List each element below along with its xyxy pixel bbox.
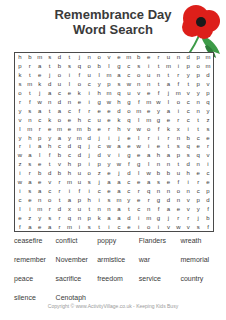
grid-cell-r5c8[interactable]: i: [84, 89, 94, 98]
grid-cell-r8c2[interactable]: n: [25, 115, 35, 124]
grid-cell-r14c13[interactable]: l: [134, 169, 144, 178]
grid-cell-r11c1[interactable]: r: [15, 142, 25, 151]
grid-cell-r17c11[interactable]: m: [114, 195, 124, 204]
grid-cell-r7c6[interactable]: c: [64, 106, 74, 115]
grid-cell-r9c7[interactable]: m: [74, 124, 84, 133]
grid-cell-r3c7[interactable]: f: [74, 71, 84, 80]
grid-cell-r16c2[interactable]: s: [25, 186, 35, 195]
grid-cell-r18c9[interactable]: n: [94, 204, 104, 213]
grid-cell-r18c16[interactable]: a: [163, 204, 173, 213]
grid-cell-r16c17[interactable]: o: [173, 186, 183, 195]
grid-cell-r13c3[interactable]: e: [35, 160, 45, 169]
grid-cell-r1c17[interactable]: n: [173, 53, 183, 62]
grid-cell-r12c10[interactable]: v: [104, 151, 114, 160]
grid-cell-r8c14[interactable]: m: [144, 115, 154, 124]
grid-cell-r15c17[interactable]: f: [173, 178, 183, 187]
grid-cell-r5c10[interactable]: m: [104, 89, 114, 98]
grid-cell-r4c14[interactable]: n: [144, 80, 154, 89]
grid-cell-r16c14[interactable]: q: [144, 186, 154, 195]
grid-cell-r7c10[interactable]: e: [104, 106, 114, 115]
grid-cell-r19c20[interactable]: b: [203, 213, 213, 222]
grid-cell-r11c18[interactable]: q: [183, 142, 193, 151]
grid-cell-r14c11[interactable]: j: [114, 169, 124, 178]
grid-cell-r10c3[interactable]: p: [35, 133, 45, 142]
grid-cell-r7c1[interactable]: y: [15, 106, 25, 115]
grid-cell-r4c11[interactable]: s: [114, 80, 124, 89]
grid-cell-r11c9[interactable]: c: [94, 142, 104, 151]
grid-cell-r14c3[interactable]: b: [35, 169, 45, 178]
grid-cell-r17c20[interactable]: d: [203, 195, 213, 204]
grid-cell-r8c17[interactable]: r: [173, 115, 183, 124]
grid-cell-r1c14[interactable]: e: [144, 53, 154, 62]
grid-cell-r5c20[interactable]: p: [203, 89, 213, 98]
grid-cell-r15c11[interactable]: a: [114, 178, 124, 187]
grid-cell-r1c5[interactable]: d: [55, 53, 65, 62]
grid-cell-r16c3[interactable]: a: [35, 186, 45, 195]
grid-cell-r6c1[interactable]: r: [15, 97, 25, 106]
grid-cell-r8c3[interactable]: c: [35, 115, 45, 124]
grid-cell-r6c19[interactable]: n: [193, 97, 203, 106]
grid-cell-r2c17[interactable]: i: [173, 62, 183, 71]
grid-cell-r11c19[interactable]: e: [193, 142, 203, 151]
grid-cell-r6c20[interactable]: q: [203, 97, 213, 106]
grid-cell-r18c12[interactable]: t: [124, 204, 134, 213]
grid-cell-r20c5[interactable]: r: [55, 222, 65, 231]
grid-cell-r15c8[interactable]: s: [84, 178, 94, 187]
grid-cell-r4c16[interactable]: a: [163, 80, 173, 89]
grid-cell-r1c8[interactable]: n: [84, 53, 94, 62]
grid-cell-r19c19[interactable]: j: [193, 213, 203, 222]
grid-cell-r9c19[interactable]: t: [193, 124, 203, 133]
grid-cell-r4c5[interactable]: u: [55, 80, 65, 89]
grid-cell-r17c5[interactable]: t: [55, 195, 65, 204]
grid-cell-r13c13[interactable]: g: [134, 160, 144, 169]
grid-cell-r7c2[interactable]: s: [25, 106, 35, 115]
grid-cell-r12c6[interactable]: c: [64, 151, 74, 160]
grid-cell-r6c11[interactable]: h: [114, 97, 124, 106]
grid-cell-r17c2[interactable]: e: [25, 195, 35, 204]
grid-cell-r1c15[interactable]: r: [154, 53, 164, 62]
grid-cell-r2c5[interactable]: b: [55, 62, 65, 71]
grid-cell-r14c10[interactable]: e: [104, 169, 114, 178]
grid-cell-r15c13[interactable]: e: [134, 178, 144, 187]
grid-cell-r19c3[interactable]: y: [35, 213, 45, 222]
grid-cell-r9c1[interactable]: l: [15, 124, 25, 133]
grid-cell-r3c13[interactable]: o: [134, 71, 144, 80]
grid-cell-r5c2[interactable]: t: [25, 89, 35, 98]
grid-cell-r19c13[interactable]: i: [134, 213, 144, 222]
grid-cell-r10c16[interactable]: r: [163, 133, 173, 142]
grid-cell-r2c9[interactable]: b: [94, 62, 104, 71]
grid-cell-r8c9[interactable]: u: [94, 115, 104, 124]
grid-cell-r14c20[interactable]: c: [203, 169, 213, 178]
grid-cell-r9c10[interactable]: r: [104, 124, 114, 133]
grid-cell-r2c4[interactable]: t: [45, 62, 55, 71]
grid-cell-r14c19[interactable]: e: [193, 169, 203, 178]
grid-cell-r1c9[interactable]: o: [94, 53, 104, 62]
grid-cell-r5c1[interactable]: o: [15, 89, 25, 98]
grid-cell-r11c5[interactable]: c: [55, 142, 65, 151]
grid-cell-r1c13[interactable]: b: [134, 53, 144, 62]
grid-cell-r14c12[interactable]: d: [124, 169, 134, 178]
grid-cell-r19c9[interactable]: k: [94, 213, 104, 222]
grid-cell-r10c4[interactable]: y: [45, 133, 55, 142]
grid-cell-r9c17[interactable]: x: [173, 124, 183, 133]
grid-cell-r6c14[interactable]: m: [144, 97, 154, 106]
grid-cell-r8c20[interactable]: z: [203, 115, 213, 124]
grid-cell-r7c4[interactable]: t: [45, 106, 55, 115]
grid-cell-r2c11[interactable]: g: [114, 62, 124, 71]
grid-cell-r12c20[interactable]: v: [203, 151, 213, 160]
grid-cell-r9c11[interactable]: h: [114, 124, 124, 133]
grid-cell-r15c2[interactable]: a: [25, 178, 35, 187]
grid-cell-r18c19[interactable]: y: [193, 204, 203, 213]
grid-cell-r16c15[interactable]: n: [154, 186, 164, 195]
grid-cell-r13c8[interactable]: i: [84, 160, 94, 169]
grid-cell-r4c9[interactable]: y: [94, 80, 104, 89]
grid-cell-r6c4[interactable]: n: [45, 97, 55, 106]
grid-cell-r19c18[interactable]: r: [183, 213, 193, 222]
grid-cell-r16c18[interactable]: n: [183, 186, 193, 195]
grid-cell-r12c4[interactable]: f: [45, 151, 55, 160]
grid-cell-r17c16[interactable]: d: [163, 195, 173, 204]
grid-cell-r3c11[interactable]: a: [114, 71, 124, 80]
grid-cell-r14c1[interactable]: i: [15, 169, 25, 178]
grid-cell-r17c4[interactable]: o: [45, 195, 55, 204]
grid-cell-r2c20[interactable]: m: [203, 62, 213, 71]
grid-cell-r10c10[interactable]: i: [104, 133, 114, 142]
grid-cell-r13c19[interactable]: n: [193, 160, 203, 169]
grid-cell-r1c4[interactable]: s: [45, 53, 55, 62]
grid-cell-r18c15[interactable]: f: [154, 204, 164, 213]
grid-cell-r18c3[interactable]: m: [35, 204, 45, 213]
grid-cell-r15c20[interactable]: e: [203, 178, 213, 187]
grid-cell-r8c18[interactable]: c: [183, 115, 193, 124]
grid-cell-r4c2[interactable]: m: [25, 80, 35, 89]
grid-cell-r10c19[interactable]: c: [193, 133, 203, 142]
grid-cell-r5c11[interactable]: q: [114, 89, 124, 98]
grid-cell-r10c18[interactable]: b: [183, 133, 193, 142]
grid-cell-r19c15[interactable]: g: [154, 213, 164, 222]
grid-cell-r13c4[interactable]: t: [45, 160, 55, 169]
grid-cell-r14c9[interactable]: z: [94, 169, 104, 178]
grid-cell-r10c6[interactable]: y: [64, 133, 74, 142]
grid-cell-r1c20[interactable]: m: [203, 53, 213, 62]
grid-cell-r14c18[interactable]: h: [183, 169, 193, 178]
grid-cell-r18c18[interactable]: v: [183, 204, 193, 213]
grid-cell-r5c5[interactable]: c: [55, 89, 65, 98]
grid-cell-r20c14[interactable]: o: [144, 222, 154, 231]
grid-cell-r18c2[interactable]: i: [25, 204, 35, 213]
grid-cell-r18c13[interactable]: c: [134, 204, 144, 213]
grid-cell-r18c5[interactable]: d: [55, 204, 65, 213]
grid-cell-r11c8[interactable]: j: [84, 142, 94, 151]
grid-cell-r4c19[interactable]: p: [193, 80, 203, 89]
grid-cell-r8c19[interactable]: t: [193, 115, 203, 124]
grid-cell-r18c8[interactable]: t: [84, 204, 94, 213]
grid-cell-r13c1[interactable]: z: [15, 160, 25, 169]
grid-cell-r16c5[interactable]: r: [55, 186, 65, 195]
grid-cell-r19c7[interactable]: n: [74, 213, 84, 222]
grid-cell-r13c20[interactable]: i: [203, 160, 213, 169]
grid-cell-r5c16[interactable]: j: [163, 89, 173, 98]
grid-cell-r1c11[interactable]: e: [114, 53, 124, 62]
grid-cell-r13c17[interactable]: t: [173, 160, 183, 169]
grid-cell-r12c19[interactable]: q: [193, 151, 203, 160]
grid-cell-r5c12[interactable]: u: [124, 89, 134, 98]
grid-cell-r14c6[interactable]: h: [64, 169, 74, 178]
grid-cell-r16c1[interactable]: i: [15, 186, 25, 195]
grid-cell-r3c18[interactable]: y: [183, 71, 193, 80]
grid-cell-r17c1[interactable]: c: [15, 195, 25, 204]
grid-cell-r3c10[interactable]: m: [104, 71, 114, 80]
grid-cell-r5c17[interactable]: m: [173, 89, 183, 98]
grid-cell-r20c12[interactable]: e: [124, 222, 134, 231]
grid-cell-r3c9[interactable]: l: [94, 71, 104, 80]
grid-cell-r2c7[interactable]: q: [74, 62, 84, 71]
grid-cell-r17c19[interactable]: p: [193, 195, 203, 204]
grid-cell-r5c4[interactable]: a: [45, 89, 55, 98]
grid-cell-r15c18[interactable]: i: [183, 178, 193, 187]
grid-cell-r16c8[interactable]: i: [84, 186, 94, 195]
grid-cell-r8c12[interactable]: q: [124, 115, 134, 124]
grid-cell-r17c3[interactable]: n: [35, 195, 45, 204]
grid-cell-r6c5[interactable]: d: [55, 97, 65, 106]
grid-cell-r9c5[interactable]: m: [55, 124, 65, 133]
grid-cell-r3c15[interactable]: n: [154, 71, 164, 80]
grid-cell-r10c14[interactable]: r: [144, 133, 154, 142]
grid-cell-r8c6[interactable]: e: [64, 115, 74, 124]
grid-cell-r8c4[interactable]: k: [45, 115, 55, 124]
grid-cell-r8c13[interactable]: l: [134, 115, 144, 124]
grid-cell-r1c7[interactable]: j: [74, 53, 84, 62]
grid-cell-r8c11[interactable]: k: [114, 115, 124, 124]
grid-cell-r7c16[interactable]: a: [163, 106, 173, 115]
grid-cell-r2c12[interactable]: c: [124, 62, 134, 71]
grid-cell-r3c19[interactable]: p: [193, 71, 203, 80]
grid-cell-r7c14[interactable]: e: [144, 106, 154, 115]
grid-cell-r20c16[interactable]: v: [163, 222, 173, 231]
grid-cell-r18c4[interactable]: r: [45, 204, 55, 213]
grid-cell-r18c1[interactable]: l: [15, 204, 25, 213]
grid-cell-r12c3[interactable]: l: [35, 151, 45, 160]
grid-cell-r11c7[interactable]: q: [74, 142, 84, 151]
grid-cell-r16c4[interactable]: c: [45, 186, 55, 195]
grid-cell-r15c4[interactable]: v: [45, 178, 55, 187]
grid-cell-r20c17[interactable]: w: [173, 222, 183, 231]
grid-cell-r8c8[interactable]: c: [84, 115, 94, 124]
grid-cell-r9c9[interactable]: e: [94, 124, 104, 133]
grid-cell-r7c9[interactable]: e: [94, 106, 104, 115]
grid-cell-r13c14[interactable]: l: [144, 160, 154, 169]
grid-cell-r12c2[interactable]: a: [25, 151, 35, 160]
grid-cell-r18c14[interactable]: n: [144, 204, 154, 213]
grid-cell-r3c16[interactable]: t: [163, 71, 173, 80]
grid-cell-r10c17[interactable]: n: [173, 133, 183, 142]
grid-cell-r5c3[interactable]: j: [35, 89, 45, 98]
grid-cell-r12c1[interactable]: w: [15, 151, 25, 160]
grid-cell-r12c12[interactable]: g: [124, 151, 134, 160]
grid-cell-r2c13[interactable]: s: [134, 62, 144, 71]
grid-cell-r19c14[interactable]: m: [144, 213, 154, 222]
grid-cell-r6c6[interactable]: n: [64, 97, 74, 106]
grid-cell-r12c8[interactable]: j: [84, 151, 94, 160]
grid-cell-r7c11[interactable]: d: [114, 106, 124, 115]
grid-cell-r12c5[interactable]: b: [55, 151, 65, 160]
grid-cell-r5c6[interactable]: e: [64, 89, 74, 98]
grid-cell-r4c8[interactable]: c: [84, 80, 94, 89]
grid-cell-r5c15[interactable]: f: [154, 89, 164, 98]
grid-cell-r14c8[interactable]: o: [84, 169, 94, 178]
grid-cell-r3c20[interactable]: d: [203, 71, 213, 80]
grid-cell-r17c8[interactable]: h: [84, 195, 94, 204]
grid-cell-r3c6[interactable]: i: [64, 71, 74, 80]
grid-cell-r13c5[interactable]: v: [55, 160, 65, 169]
grid-cell-r16c13[interactable]: r: [134, 186, 144, 195]
grid-cell-r7c18[interactable]: c: [183, 106, 193, 115]
grid-cell-r13c10[interactable]: y: [104, 160, 114, 169]
grid-cell-r16c6[interactable]: i: [64, 186, 74, 195]
grid-cell-r17c10[interactable]: s: [104, 195, 114, 204]
grid-cell-r9c14[interactable]: o: [144, 124, 154, 133]
grid-cell-r10c7[interactable]: m: [74, 133, 84, 142]
grid-cell-r4c1[interactable]: s: [15, 80, 25, 89]
grid-cell-r15c10[interactable]: a: [104, 178, 114, 187]
grid-cell-r8c15[interactable]: g: [154, 115, 164, 124]
grid-cell-r14c14[interactable]: w: [144, 169, 154, 178]
grid-cell-r4c12[interactable]: w: [124, 80, 134, 89]
grid-cell-r11c10[interactable]: w: [104, 142, 114, 151]
grid-cell-r13c15[interactable]: n: [154, 160, 164, 169]
grid-cell-r7c5[interactable]: a: [55, 106, 65, 115]
grid-cell-r4c4[interactable]: d: [45, 80, 55, 89]
grid-cell-r5c18[interactable]: v: [183, 89, 193, 98]
grid-cell-r14c7[interactable]: u: [74, 169, 84, 178]
grid-cell-r4c10[interactable]: p: [104, 80, 114, 89]
grid-cell-r9c15[interactable]: f: [154, 124, 164, 133]
grid-cell-r16c9[interactable]: c: [94, 186, 104, 195]
grid-cell-r2c14[interactable]: i: [144, 62, 154, 71]
grid-cell-r20c7[interactable]: i: [74, 222, 84, 231]
grid-cell-r11c15[interactable]: e: [154, 142, 164, 151]
grid-cell-r14c16[interactable]: b: [163, 169, 173, 178]
grid-cell-r8c16[interactable]: e: [163, 115, 173, 124]
grid-cell-r8c5[interactable]: o: [55, 115, 65, 124]
grid-cell-r15c5[interactable]: r: [55, 178, 65, 187]
grid-cell-r9c13[interactable]: w: [134, 124, 144, 133]
grid-cell-r9c8[interactable]: b: [84, 124, 94, 133]
grid-cell-r18c10[interactable]: n: [104, 204, 114, 213]
grid-cell-r2c16[interactable]: m: [163, 62, 173, 71]
grid-cell-r1c6[interactable]: t: [64, 53, 74, 62]
grid-cell-r8c1[interactable]: v: [15, 115, 25, 124]
grid-cell-r11c2[interactable]: i: [25, 142, 35, 151]
grid-cell-r20c6[interactable]: m: [64, 222, 74, 231]
grid-cell-r7c12[interactable]: o: [124, 106, 134, 115]
grid-cell-r1c3[interactable]: m: [35, 53, 45, 62]
grid-cell-r18c7[interactable]: u: [74, 204, 84, 213]
grid-cell-r14c5[interactable]: b: [55, 169, 65, 178]
grid-cell-r6c13[interactable]: f: [134, 97, 144, 106]
grid-cell-r6c10[interactable]: w: [104, 97, 114, 106]
grid-cell-r3c5[interactable]: o: [55, 71, 65, 80]
grid-cell-r2c2[interactable]: r: [25, 62, 35, 71]
grid-cell-r1c12[interactable]: m: [124, 53, 134, 62]
grid-cell-r3c12[interactable]: c: [124, 71, 134, 80]
grid-cell-r19c16[interactable]: j: [163, 213, 173, 222]
grid-cell-r3c8[interactable]: u: [84, 71, 94, 80]
grid-cell-r6c8[interactable]: i: [84, 97, 94, 106]
grid-cell-r5c14[interactable]: e: [144, 89, 154, 98]
grid-cell-r19c8[interactable]: p: [84, 213, 94, 222]
grid-cell-r3c3[interactable]: e: [35, 71, 45, 80]
grid-cell-r10c11[interactable]: j: [114, 133, 124, 142]
grid-cell-r20c15[interactable]: i: [154, 222, 164, 231]
grid-cell-r10c8[interactable]: d: [84, 133, 94, 142]
grid-cell-r14c15[interactable]: b: [154, 169, 164, 178]
grid-cell-r3c2[interactable]: t: [25, 71, 35, 80]
grid-cell-r1c16[interactable]: u: [163, 53, 173, 62]
grid-cell-r3c4[interactable]: j: [45, 71, 55, 80]
grid-cell-r20c4[interactable]: a: [45, 222, 55, 231]
grid-cell-r12c11[interactable]: i: [114, 151, 124, 160]
grid-cell-r9c6[interactable]: e: [64, 124, 74, 133]
grid-cell-r12c14[interactable]: a: [144, 151, 154, 160]
grid-cell-r1c10[interactable]: v: [104, 53, 114, 62]
grid-cell-r19c10[interactable]: a: [104, 213, 114, 222]
grid-cell-r17c13[interactable]: e: [134, 195, 144, 204]
grid-cell-r15c6[interactable]: m: [64, 178, 74, 187]
grid-cell-r16c20[interactable]: p: [203, 186, 213, 195]
grid-cell-r19c12[interactable]: d: [124, 213, 134, 222]
grid-cell-r2c8[interactable]: o: [84, 62, 94, 71]
grid-cell-r11c13[interactable]: w: [134, 142, 144, 151]
grid-cell-r12c7[interactable]: d: [74, 151, 84, 160]
grid-cell-r20c13[interactable]: i: [134, 222, 144, 231]
grid-cell-r6c2[interactable]: f: [25, 97, 35, 106]
grid-cell-r18c6[interactable]: x: [64, 204, 74, 213]
grid-cell-r17c7[interactable]: p: [74, 195, 84, 204]
grid-cell-r10c5[interactable]: a: [55, 133, 65, 142]
grid-cell-r20c1[interactable]: f: [15, 222, 25, 231]
grid-cell-r8c10[interactable]: e: [104, 115, 114, 124]
grid-cell-r5c13[interactable]: v: [134, 89, 144, 98]
grid-cell-r12c15[interactable]: h: [154, 151, 164, 160]
grid-cell-r20c11[interactable]: c: [114, 222, 124, 231]
grid-cell-r4c7[interactable]: o: [74, 80, 84, 89]
grid-cell-r13c6[interactable]: h: [64, 160, 74, 169]
grid-cell-r20c3[interactable]: e: [35, 222, 45, 231]
grid-cell-r20c19[interactable]: s: [193, 222, 203, 231]
grid-cell-r19c11[interactable]: a: [114, 213, 124, 222]
grid-cell-r10c9[interactable]: j: [94, 133, 104, 142]
grid-cell-r2c1[interactable]: p: [15, 62, 25, 71]
grid-cell-r20c18[interactable]: v: [183, 222, 193, 231]
grid-cell-r16c7[interactable]: f: [74, 186, 84, 195]
grid-cell-r16c16[interactable]: n: [163, 186, 173, 195]
grid-cell-r19c17[interactable]: r: [173, 213, 183, 222]
grid-cell-r18c20[interactable]: f: [203, 204, 213, 213]
grid-cell-r2c10[interactable]: l: [104, 62, 114, 71]
grid-cell-r16c10[interactable]: e: [104, 186, 114, 195]
grid-cell-r5c7[interactable]: k: [74, 89, 84, 98]
grid-cell-r17c9[interactable]: i: [94, 195, 104, 204]
grid-cell-r11c11[interactable]: a: [114, 142, 124, 151]
grid-cell-r12c16[interactable]: a: [163, 151, 173, 160]
grid-cell-r4c18[interactable]: t: [183, 80, 193, 89]
grid-cell-r15c7[interactable]: u: [74, 178, 84, 187]
grid-cell-r10c13[interactable]: l: [134, 133, 144, 142]
